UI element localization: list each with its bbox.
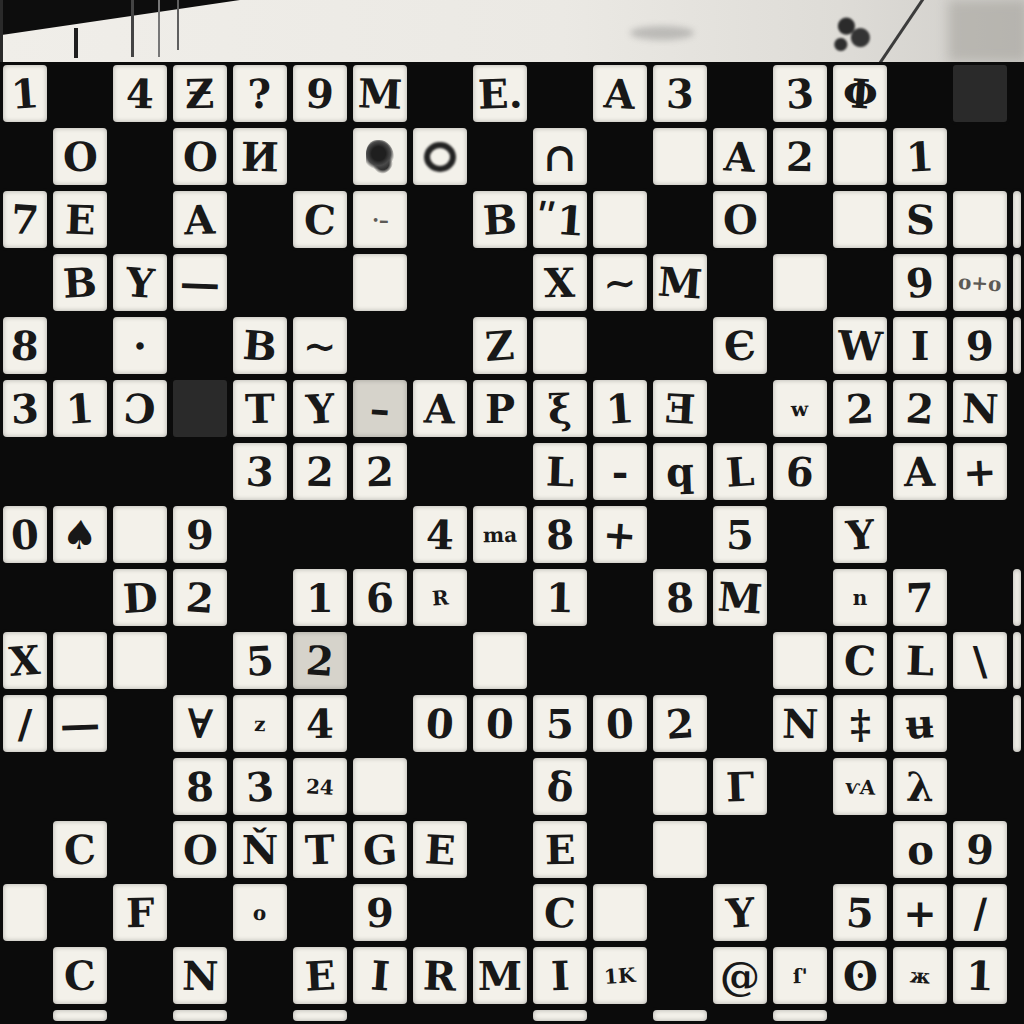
cell-r10-c13[interactable]: N [770, 692, 830, 755]
cell-glyph: o [905, 829, 934, 871]
cell-r3-c11[interactable]: M [650, 251, 710, 314]
cell-r7-c17 [1010, 503, 1024, 566]
cell-r8-c9[interactable]: 1 [530, 566, 590, 629]
cell-r8-c15[interactable]: 7 [890, 566, 950, 629]
cell-r14-c13[interactable]: ſ' [770, 944, 830, 1007]
cell-glyph: 5 [845, 892, 874, 933]
cell-r13-c9[interactable]: C [530, 881, 590, 944]
cell-r8-c14[interactable]: n [830, 566, 890, 629]
cell-r6-c2 [110, 440, 170, 503]
cell-r3-c3[interactable]: — [170, 251, 230, 314]
cell-glyph: @ [720, 955, 761, 996]
cell-r15-c17 [1010, 1007, 1024, 1024]
cell-r7-c14[interactable]: Y [830, 503, 890, 566]
cell-r13-c15[interactable]: + [890, 881, 950, 944]
cell-glyph: Φ [841, 72, 879, 114]
cell-r15-c11[interactable] [650, 1007, 710, 1024]
cell-r6-c13[interactable]: 6 [770, 440, 830, 503]
cell-r5-c17 [1010, 377, 1024, 440]
cell-glyph: 9 [186, 515, 214, 555]
cell-r0-c0[interactable]: 1 [0, 62, 50, 125]
cell-glyph: L [905, 640, 935, 681]
cell-r8-c3[interactable]: 2 [170, 566, 230, 629]
cell-r3-c2[interactable]: Y [110, 251, 170, 314]
cell-r5-c12 [710, 377, 770, 440]
cell-glyph: n [853, 588, 868, 608]
cell-r6-c9[interactable]: L [530, 440, 590, 503]
cell-r10-c10[interactable]: 0 [590, 692, 650, 755]
cell-glyph: O [182, 829, 218, 870]
cell-r10-c12 [710, 692, 770, 755]
cell-r4-c8[interactable]: Z [470, 314, 530, 377]
cell-r15-c5[interactable] [290, 1007, 350, 1024]
cell-r5-c10[interactable]: 1 [590, 377, 650, 440]
cell-r9-c17[interactable] [1010, 629, 1024, 692]
cell-r1-c17 [1010, 125, 1024, 188]
cell-r0-c2[interactable]: 4 [110, 62, 170, 125]
cell-r6-c6[interactable]: 2 [350, 440, 410, 503]
cell-glyph: o [253, 902, 268, 923]
cell-r8-c5[interactable]: 1 [290, 566, 350, 629]
cell-r3-c1[interactable]: B [50, 251, 110, 314]
cell-r10-c6 [350, 692, 410, 755]
cell-r14-c5[interactable]: E [290, 944, 350, 1007]
cell-glyph: ∩ [543, 137, 577, 177]
cell-glyph: 4 [306, 703, 335, 743]
cell-glyph: 3 [10, 388, 39, 429]
cell-r5-c16[interactable]: N [950, 377, 1010, 440]
cell-r12-c5[interactable]: T [290, 818, 350, 881]
cell-glyph: 9 [366, 893, 394, 933]
cell-glyph: Γ [725, 766, 755, 807]
cell-glyph: – [369, 388, 392, 429]
cell-r2-c5[interactable]: C [290, 188, 350, 251]
cell-r5-c14[interactable]: 2 [830, 377, 890, 440]
cell-r14-c3[interactable]: N [170, 944, 230, 1007]
cell-r7-c11 [650, 503, 710, 566]
cell-r5-c9[interactable]: ξ [530, 377, 590, 440]
cell-r11-c11[interactable] [650, 755, 710, 818]
cell-r11-c12[interactable]: Γ [710, 755, 770, 818]
cell-glyph: 6 [365, 577, 394, 618]
cell-r12-c3[interactable]: O [170, 818, 230, 881]
cell-r6-c16[interactable]: + [950, 440, 1010, 503]
cell-r4-c17[interactable] [1010, 314, 1024, 377]
cell-r5-c5[interactable]: Y [290, 377, 350, 440]
cell-r1-c12[interactable]: A [710, 125, 770, 188]
cell-glyph: A [184, 199, 216, 240]
cell-r10-c1[interactable]: — [50, 692, 110, 755]
cell-r13-c12[interactable]: Y [710, 881, 770, 944]
cell-r12-c1[interactable]: C [50, 818, 110, 881]
cell-r2-c11 [650, 188, 710, 251]
cell-r14-c7[interactable]: R [410, 944, 470, 1007]
cell-glyph: — [179, 262, 220, 303]
cell-glyph: / [972, 892, 988, 932]
cell-r10-c4[interactable]: z [230, 692, 290, 755]
cell-r12-c9[interactable]: E [530, 818, 590, 881]
cell-r4-c14[interactable]: W [830, 314, 890, 377]
cell-r4-c12[interactable]: Є [710, 314, 770, 377]
cell-r9-c2[interactable] [110, 629, 170, 692]
cell-r8-c17[interactable] [1010, 566, 1024, 629]
cell-r6-c5[interactable]: 2 [290, 440, 350, 503]
cell-r13-c4[interactable]: o [230, 881, 290, 944]
cell-r8-c2[interactable]: D [110, 566, 170, 629]
cell-r5-c8[interactable]: P [470, 377, 530, 440]
cell-glyph: S [905, 199, 935, 239]
cell-glyph: ʺ1 [534, 198, 585, 241]
cell-r5-c15[interactable]: 2 [890, 377, 950, 440]
cell-glyph: 9 [905, 262, 936, 304]
cell-glyph: X [8, 639, 42, 681]
cell-glyph: B [62, 262, 98, 304]
cell-r13-c16[interactable]: / [950, 881, 1010, 944]
margin-left-edge [0, 0, 3, 62]
cell-r7-c2[interactable] [110, 503, 170, 566]
cell-r10-c15[interactable]: ʉ [890, 692, 950, 755]
cell-r14-c1[interactable]: C [50, 944, 110, 1007]
cell-glyph: X [544, 262, 576, 303]
cell-r12-c4[interactable]: Ň [230, 818, 290, 881]
cell-r5-c3[interactable] [170, 377, 230, 440]
cell-r9-c0[interactable]: X [0, 629, 50, 692]
cell-r11-c6[interactable] [350, 755, 410, 818]
cell-r6-c10[interactable]: - [590, 440, 650, 503]
cell-r6-c11[interactable]: q [650, 440, 710, 503]
cell-r8-c13 [770, 566, 830, 629]
cell-r12-c11[interactable] [650, 818, 710, 881]
cell-r15-c4 [230, 1007, 290, 1024]
cell-r15-c9[interactable] [530, 1007, 590, 1024]
cell-r7-c10[interactable]: + [590, 503, 650, 566]
cell-r14-c16[interactable]: 1 [950, 944, 1010, 1007]
cell-r4-c7 [410, 314, 470, 377]
cell-r1-c16 [950, 125, 1010, 188]
cell-r10-c14[interactable]: ‡ [830, 692, 890, 755]
cell-r1-c13[interactable]: 2 [770, 125, 830, 188]
cell-glyph: 9 [305, 73, 336, 115]
cell-r3-c8 [470, 251, 530, 314]
cell-r13-c11 [650, 881, 710, 944]
cell-r10-c5[interactable]: 4 [290, 692, 350, 755]
cell-r2-c16[interactable] [950, 188, 1010, 251]
cell-r10-c7[interactable]: 0 [410, 692, 470, 755]
cell-r8-c12[interactable]: M [710, 566, 770, 629]
cell-r13-c14[interactable]: 5 [830, 881, 890, 944]
cell-r0-c11[interactable]: 3 [650, 62, 710, 125]
cell-r6-c4[interactable]: 3 [230, 440, 290, 503]
cell-r3-c17[interactable] [1010, 251, 1024, 314]
cell-r3-c16[interactable]: o+o [950, 251, 1010, 314]
cell-r13-c0[interactable] [0, 881, 50, 944]
cell-r9-c15[interactable]: L [890, 629, 950, 692]
cell-r13-c2[interactable]: F [110, 881, 170, 944]
cell-r2-c1[interactable]: E [50, 188, 110, 251]
cell-r15-c3[interactable] [170, 1007, 230, 1024]
cell-glyph: P [485, 389, 515, 429]
photo-margin [0, 0, 1024, 62]
cell-glyph: R [431, 587, 449, 608]
cell-r0-c16[interactable] [950, 62, 1010, 125]
cell-glyph: ʘ [842, 955, 879, 997]
cell-glyph: ‡ [849, 703, 871, 743]
cell-r9-c4[interactable]: 5 [230, 629, 290, 692]
cell-glyph: ∼ [602, 262, 638, 304]
cell-r1-c4[interactable]: И [230, 125, 290, 188]
cell-r1-c6[interactable] [350, 125, 410, 188]
cell-r7-c0[interactable]: 0 [0, 503, 50, 566]
cell-glyph: E. [477, 73, 523, 115]
cell-r1-c9[interactable]: ∩ [530, 125, 590, 188]
cell-glyph: 1 [546, 577, 575, 617]
cell-r7-c3[interactable]: 9 [170, 503, 230, 566]
cell-r12-c6[interactable]: G [350, 818, 410, 881]
cell-r14-c11 [650, 944, 710, 1007]
cell-r0-c14[interactable]: Φ [830, 62, 890, 125]
cell-glyph: + [602, 513, 638, 555]
cell-r8-c10 [590, 566, 650, 629]
cell-r9-c16[interactable]: \ [950, 629, 1010, 692]
cell-r8-c1 [50, 566, 110, 629]
cell-glyph: 2 [306, 451, 335, 491]
cell-r4-c15[interactable]: I [890, 314, 950, 377]
cell-r10-c0[interactable]: / [0, 692, 50, 755]
cell-r8-c8 [470, 566, 530, 629]
cell-glyph: M [357, 73, 403, 115]
cell-r6-c15[interactable]: A [890, 440, 950, 503]
cell-glyph: F [125, 892, 154, 932]
cell-r4-c16[interactable]: 9 [950, 314, 1010, 377]
cell-glyph: M [657, 261, 704, 304]
cell-glyph: 6 [785, 451, 815, 492]
cell-r7-c12[interactable]: 5 [710, 503, 770, 566]
cell-r11-c14[interactable]: ѵA [830, 755, 890, 818]
margin-line-2 [158, 0, 160, 57]
cell-r0-c5[interactable]: 9 [290, 62, 350, 125]
cell-r3-c6[interactable] [350, 251, 410, 314]
cell-r2-c3[interactable]: A [170, 188, 230, 251]
cell-glyph: · [133, 325, 148, 365]
cell-r10-c16 [950, 692, 1010, 755]
cell-r8-c7[interactable]: R [410, 566, 470, 629]
cell-r10-c8[interactable]: 0 [470, 692, 530, 755]
cell-glyph: R [423, 955, 458, 996]
cell-r12-c15[interactable]: o [890, 818, 950, 881]
cell-r11-c3[interactable]: 8 [170, 755, 230, 818]
cell-r1-c14[interactable] [830, 125, 890, 188]
cell-r13-c10[interactable] [590, 881, 650, 944]
cell-r12-c14 [830, 818, 890, 881]
cell-r2-c14[interactable] [830, 188, 890, 251]
cell-r7-c13 [770, 503, 830, 566]
cell-r11-c15[interactable]: λ [890, 755, 950, 818]
cell-glyph: Є [723, 325, 757, 367]
cell-glyph: 2 [185, 577, 216, 619]
cell-r4-c9[interactable] [530, 314, 590, 377]
cell-r14-c6[interactable]: I [350, 944, 410, 1007]
cell-r4-c6 [350, 314, 410, 377]
cell-r2-c8[interactable]: B [470, 188, 530, 251]
cell-r12-c10 [590, 818, 650, 881]
cell-r2-c17[interactable] [1010, 188, 1024, 251]
cell-glyph: I [550, 955, 570, 996]
cell-r7-c7[interactable]: 4 [410, 503, 470, 566]
cell-glyph: Ǝ [664, 388, 697, 430]
cell-r2-c9[interactable]: ʺ1 [530, 188, 590, 251]
cell-glyph: 2 [905, 388, 936, 430]
cell-glyph: L [545, 451, 575, 492]
cell-r12-c13 [770, 818, 830, 881]
cell-r9-c13[interactable] [770, 629, 830, 692]
cell-r11-c0 [0, 755, 50, 818]
cell-r11-c4[interactable]: 3 [230, 755, 290, 818]
cell-glyph: z [254, 713, 266, 733]
cell-r10-c3[interactable]: ∀ [170, 692, 230, 755]
cell-r7-c16 [950, 503, 1010, 566]
cell-r0-c13[interactable]: 3 [770, 62, 830, 125]
margin-scribble [824, 10, 880, 56]
cell-r5-c7[interactable]: A [410, 377, 470, 440]
cell-r5-c2[interactable]: Ɔ [110, 377, 170, 440]
cell-r5-c1[interactable]: 1 [50, 377, 110, 440]
cell-r15-c13[interactable] [770, 1007, 830, 1024]
cell-r10-c11[interactable]: 2 [650, 692, 710, 755]
cell-r7-c8[interactable]: ma [470, 503, 530, 566]
cell-r11-c9[interactable]: δ [530, 755, 590, 818]
cell-r3-c10[interactable]: ∼ [590, 251, 650, 314]
cell-r0-c10[interactable]: A [590, 62, 650, 125]
cell-glyph: 24 [306, 776, 335, 797]
cell-glyph: Ɔ [123, 388, 157, 430]
cell-r3-c13[interactable] [770, 251, 830, 314]
cell-glyph: 1 [605, 388, 636, 430]
cell-r13-c1 [50, 881, 110, 944]
cell-glyph: C [63, 954, 98, 996]
cell-r7-c15 [890, 503, 950, 566]
cell-r3-c7 [410, 251, 470, 314]
cell-r4-c0[interactable]: 8 [0, 314, 50, 377]
cell-r2-c15[interactable]: S [890, 188, 950, 251]
cell-r0-c3[interactable]: Ƶ [170, 62, 230, 125]
cell-glyph: 1 [905, 136, 935, 177]
cell-glyph: W [837, 325, 883, 367]
cell-r12-c0 [0, 818, 50, 881]
cell-r9-c1[interactable] [50, 629, 110, 692]
cell-r0-c8[interactable]: E. [470, 62, 530, 125]
cell-r4-c10 [590, 314, 650, 377]
cell-r7-c1[interactable]: ♠ [50, 503, 110, 566]
cell-r2-c6[interactable]: ·– [350, 188, 410, 251]
cell-r8-c11[interactable]: 8 [650, 566, 710, 629]
cell-r14-c4 [230, 944, 290, 1007]
cell-r14-c14[interactable]: ʘ [830, 944, 890, 1007]
cell-r14-c0 [0, 944, 50, 1007]
cell-r1-c8 [470, 125, 530, 188]
cell-r6-c3 [170, 440, 230, 503]
cell-r2-c0[interactable]: 7 [0, 188, 50, 251]
cell-r9-c3 [170, 629, 230, 692]
cell-glyph: 0 [605, 703, 634, 744]
cell-r5-c11[interactable]: Ǝ [650, 377, 710, 440]
cell-r8-c6[interactable]: 6 [350, 566, 410, 629]
cell-r1-c11[interactable] [650, 125, 710, 188]
cell-r1-c3[interactable]: O [170, 125, 230, 188]
cell-glyph: 5 [546, 704, 574, 744]
cell-r3-c0 [0, 251, 50, 314]
cell-r4-c2[interactable]: · [110, 314, 170, 377]
cell-glyph: 1 [306, 578, 334, 618]
cell-glyph: Ƶ [185, 73, 215, 114]
cell-glyph: 8 [185, 766, 214, 807]
cell-r13-c8 [470, 881, 530, 944]
cell-r10-c17[interactable] [1010, 692, 1024, 755]
cell-r2-c10[interactable] [590, 188, 650, 251]
cell-glyph: 3 [245, 451, 275, 492]
cell-r15-c0 [0, 1007, 50, 1024]
cell-r6-c1 [50, 440, 110, 503]
cell-r9-c5[interactable]: 2 [290, 629, 350, 692]
cell-r5-c13[interactable]: w [770, 377, 830, 440]
cell-r5-c0[interactable]: 3 [0, 377, 50, 440]
cell-r3-c15[interactable]: 9 [890, 251, 950, 314]
cell-r0-c4[interactable]: ? [230, 62, 290, 125]
cell-r12-c7[interactable]: E [410, 818, 470, 881]
cell-r11-c1 [50, 755, 110, 818]
cell-r1-c2 [110, 125, 170, 188]
cell-r11-c5[interactable]: 24 [290, 755, 350, 818]
cell-r14-c10[interactable]: 1K [590, 944, 650, 1007]
cell-glyph: C [63, 829, 97, 871]
cell-r7-c9[interactable]: 8 [530, 503, 590, 566]
cell-r14-c8[interactable]: M [470, 944, 530, 1007]
cell-r10-c9[interactable]: 5 [530, 692, 590, 755]
cell-r3-c12 [710, 251, 770, 314]
cell-r1-c1[interactable]: O [50, 125, 110, 188]
cell-r0-c6[interactable]: M [350, 62, 410, 125]
cell-r9-c14[interactable]: C [830, 629, 890, 692]
cell-glyph: 4 [426, 514, 455, 554]
cell-r4-c5[interactable]: ∼ [290, 314, 350, 377]
cell-r2-c12[interactable]: O [710, 188, 770, 251]
cell-r9-c8[interactable] [470, 629, 530, 692]
cell-r3-c9[interactable]: X [530, 251, 590, 314]
cell-r14-c9[interactable]: I [530, 944, 590, 1007]
cell-r5-c4[interactable]: T [230, 377, 290, 440]
cell-r1-c15[interactable]: 1 [890, 125, 950, 188]
cell-r6-c12[interactable]: L [710, 440, 770, 503]
cell-glyph: + [903, 893, 937, 933]
cell-r14-c15[interactable]: ж [890, 944, 950, 1007]
cell-r14-c12[interactable]: @ [710, 944, 770, 1007]
cell-r1-c7[interactable] [410, 125, 470, 188]
cell-r13-c6[interactable]: 9 [350, 881, 410, 944]
cell-r7-c5 [290, 503, 350, 566]
cell-glyph: 0 [10, 514, 40, 555]
cell-r12-c2 [110, 818, 170, 881]
cell-glyph: 3 [785, 73, 815, 114]
cell-glyph: ſ' [792, 965, 807, 985]
cell-r5-c6[interactable]: – [350, 377, 410, 440]
cell-glyph: N [961, 388, 999, 429]
cell-r14-c17 [1010, 944, 1024, 1007]
cell-glyph: O [62, 136, 98, 177]
cell-r15-c1[interactable] [50, 1007, 110, 1024]
cell-r12-c16[interactable]: 9 [950, 818, 1010, 881]
cell-r4-c4[interactable]: B [230, 314, 290, 377]
cell-r15-c7 [410, 1007, 470, 1024]
cell-glyph: 2 [665, 703, 696, 745]
